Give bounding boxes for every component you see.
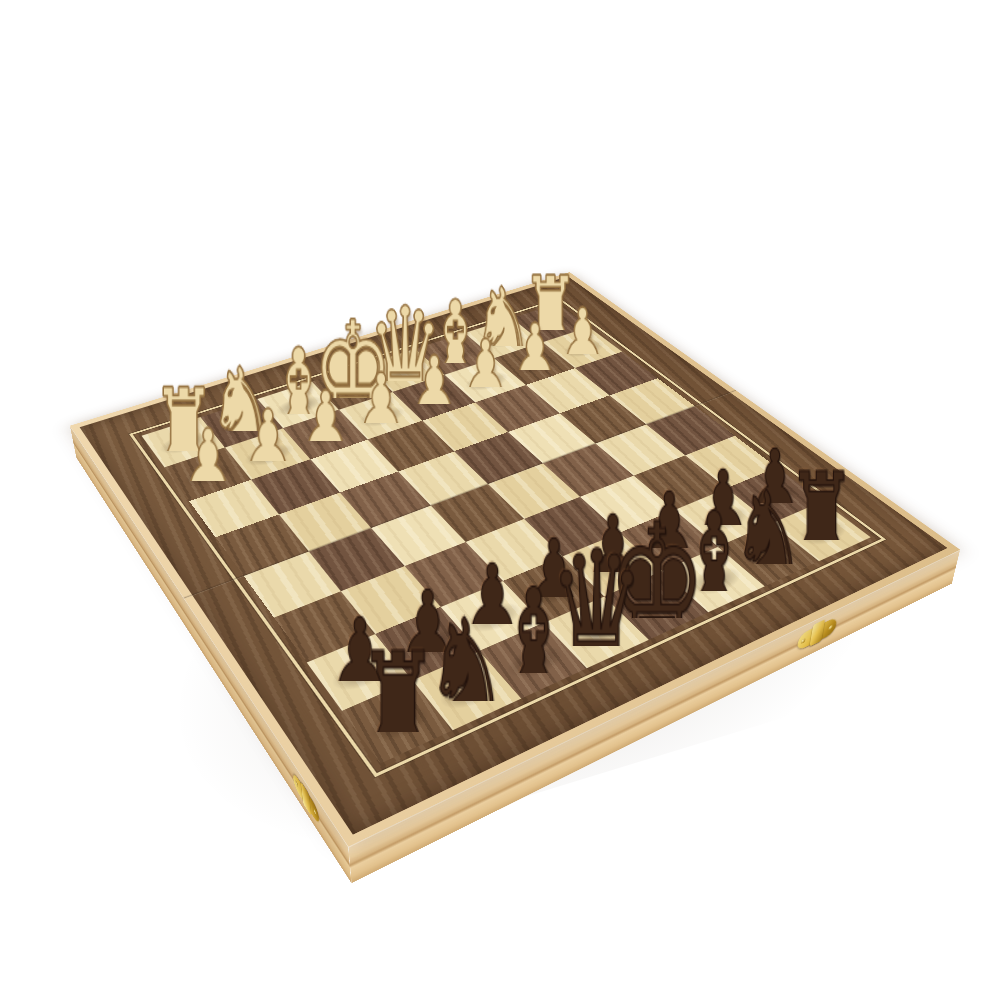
- chess-board: ♜♞♝♚♛♝♞♜♟♟♟♟♟♟♟♟♟♟♟♟♟♟♟♟♜♞♝♛♚♝♞♜: [70, 272, 960, 847]
- scene: ♜♞♝♚♛♝♞♜♟♟♟♟♟♟♟♟♟♟♟♟♟♟♟♟♜♞♝♛♚♝♞♜: [0, 0, 1000, 1000]
- product-photo: ♜♞♝♚♛♝♞♜♟♟♟♟♟♟♟♟♟♟♟♟♟♟♟♟♜♞♝♛♚♝♞♜: [0, 0, 1000, 1000]
